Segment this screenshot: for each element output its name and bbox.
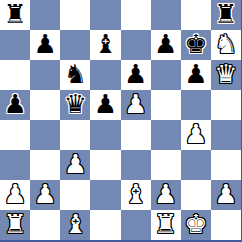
square-e3[interactable] [121, 150, 151, 180]
square-g5[interactable] [181, 90, 211, 120]
square-b6[interactable] [30, 60, 60, 90]
square-f1[interactable]: ♜ [151, 210, 181, 240]
square-f5[interactable] [151, 90, 181, 120]
square-b3[interactable] [30, 150, 60, 180]
piece-black-pawn[interactable]: ♟ [184, 61, 207, 87]
square-e6[interactable]: ♟ [121, 60, 151, 90]
square-g7[interactable]: ♚ [181, 30, 211, 60]
piece-black-queen[interactable]: ♛ [64, 91, 87, 117]
square-d3[interactable] [90, 150, 120, 180]
square-a7[interactable] [0, 30, 30, 60]
square-a8[interactable]: ♜ [0, 0, 30, 30]
piece-black-rook[interactable]: ♜ [214, 1, 237, 27]
square-e1[interactable] [121, 210, 151, 240]
square-f2[interactable]: ♟ [151, 180, 181, 210]
piece-white-pawn[interactable]: ♟ [154, 181, 177, 207]
chess-board: ♜♜♟♝♟♚♞♞♟♟♛♟♛♟♟♟♟♟♟♝♟♟♜♝♜♚ [0, 0, 242, 242]
square-c6[interactable]: ♞ [60, 60, 90, 90]
square-g1[interactable]: ♚ [181, 210, 211, 240]
square-c7[interactable] [60, 30, 90, 60]
square-h2[interactable]: ♟ [211, 180, 241, 210]
piece-white-knight[interactable]: ♞ [214, 31, 237, 57]
piece-white-rook[interactable]: ♜ [154, 211, 177, 237]
square-a5[interactable]: ♟ [0, 90, 30, 120]
square-d2[interactable] [90, 180, 120, 210]
square-d1[interactable] [90, 210, 120, 240]
square-h6[interactable]: ♛ [211, 60, 241, 90]
square-h7[interactable]: ♞ [211, 30, 241, 60]
square-c4[interactable] [60, 120, 90, 150]
piece-white-pawn[interactable]: ♟ [34, 181, 57, 207]
square-b4[interactable] [30, 120, 60, 150]
square-f3[interactable] [151, 150, 181, 180]
square-h8[interactable]: ♜ [211, 0, 241, 30]
piece-white-pawn[interactable]: ♟ [184, 121, 207, 147]
square-e2[interactable]: ♝ [121, 180, 151, 210]
square-d4[interactable] [90, 120, 120, 150]
square-a2[interactable]: ♟ [0, 180, 30, 210]
square-g8[interactable] [181, 0, 211, 30]
square-g6[interactable]: ♟ [181, 60, 211, 90]
square-g2[interactable] [181, 180, 211, 210]
square-f4[interactable] [151, 120, 181, 150]
square-c8[interactable] [60, 0, 90, 30]
square-c3[interactable]: ♟ [60, 150, 90, 180]
square-f6[interactable] [151, 60, 181, 90]
piece-white-king[interactable]: ♚ [184, 211, 207, 237]
square-h5[interactable] [211, 90, 241, 120]
square-a4[interactable] [0, 120, 30, 150]
piece-black-bishop[interactable]: ♝ [94, 31, 117, 57]
square-e7[interactable] [121, 30, 151, 60]
piece-black-pawn[interactable]: ♟ [3, 91, 26, 117]
piece-black-pawn[interactable]: ♟ [34, 31, 57, 57]
piece-black-pawn[interactable]: ♟ [94, 91, 117, 117]
piece-black-knight[interactable]: ♞ [64, 61, 87, 87]
square-d5[interactable]: ♟ [90, 90, 120, 120]
square-b5[interactable] [30, 90, 60, 120]
square-g3[interactable] [181, 150, 211, 180]
piece-white-rook[interactable]: ♜ [3, 211, 26, 237]
square-a6[interactable] [0, 60, 30, 90]
piece-white-pawn[interactable]: ♟ [3, 181, 26, 207]
piece-black-pawn[interactable]: ♟ [154, 31, 177, 57]
square-h1[interactable] [211, 210, 241, 240]
piece-white-pawn[interactable]: ♟ [64, 151, 87, 177]
square-d7[interactable]: ♝ [90, 30, 120, 60]
piece-white-pawn[interactable]: ♟ [124, 91, 147, 117]
square-b2[interactable]: ♟ [30, 180, 60, 210]
piece-black-king[interactable]: ♚ [184, 31, 207, 57]
square-g4[interactable]: ♟ [181, 120, 211, 150]
square-b8[interactable] [30, 0, 60, 30]
square-f8[interactable] [151, 0, 181, 30]
square-c2[interactable] [60, 180, 90, 210]
square-f7[interactable]: ♟ [151, 30, 181, 60]
square-h3[interactable] [211, 150, 241, 180]
square-e5[interactable]: ♟ [121, 90, 151, 120]
piece-black-pawn[interactable]: ♟ [124, 61, 147, 87]
piece-white-pawn[interactable]: ♟ [214, 181, 237, 207]
square-c5[interactable]: ♛ [60, 90, 90, 120]
square-b1[interactable] [30, 210, 60, 240]
square-d8[interactable] [90, 0, 120, 30]
piece-white-bishop[interactable]: ♝ [64, 211, 87, 237]
square-e8[interactable] [121, 0, 151, 30]
square-d6[interactable] [90, 60, 120, 90]
piece-black-rook[interactable]: ♜ [3, 1, 26, 27]
square-b7[interactable]: ♟ [30, 30, 60, 60]
square-c1[interactable]: ♝ [60, 210, 90, 240]
square-h4[interactable] [211, 120, 241, 150]
square-a3[interactable] [0, 150, 30, 180]
piece-white-bishop[interactable]: ♝ [124, 181, 147, 207]
square-e4[interactable] [121, 120, 151, 150]
piece-white-queen[interactable]: ♛ [214, 61, 237, 87]
square-a1[interactable]: ♜ [0, 210, 30, 240]
